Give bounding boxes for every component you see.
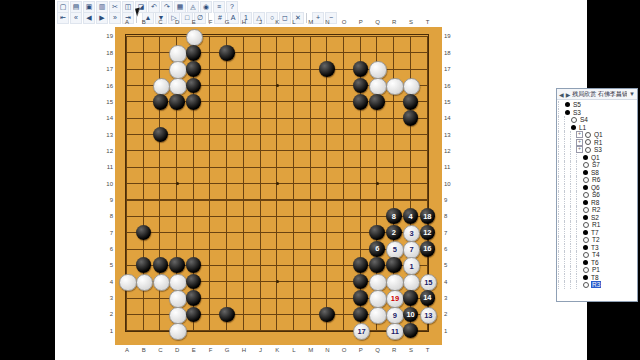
- board-cell-B14[interactable]: [135, 110, 152, 126]
- board-cell-T2[interactable]: 13: [419, 306, 436, 322]
- board-cell-M13[interactable]: [302, 126, 319, 142]
- board-cell-P18[interactable]: [352, 45, 369, 61]
- board-cell-G8[interactable]: [219, 208, 236, 224]
- board-cell-H5[interactable]: [235, 257, 252, 273]
- board-cell-L15[interactable]: [285, 94, 302, 110]
- board-cell-F15[interactable]: [202, 94, 219, 110]
- board-cell-D7[interactable]: [169, 224, 186, 240]
- board-cell-B11[interactable]: [135, 159, 152, 175]
- board-cell-P11[interactable]: [352, 159, 369, 175]
- board-cell-J18[interactable]: [252, 45, 269, 61]
- board-cell-A12[interactable]: [119, 143, 136, 159]
- back-10-icon[interactable]: «: [70, 12, 82, 24]
- board-cell-D6[interactable]: [169, 241, 186, 257]
- board-cell-E5[interactable]: [185, 257, 202, 273]
- board-cell-D18[interactable]: [169, 45, 186, 61]
- board-cell-Q3[interactable]: [369, 290, 386, 306]
- board-cell-K3[interactable]: [269, 290, 286, 306]
- board-cell-F11[interactable]: [202, 159, 219, 175]
- board-cell-P3[interactable]: [352, 290, 369, 306]
- board-cell-B2[interactable]: [135, 306, 152, 322]
- board-cell-B10[interactable]: [135, 175, 152, 191]
- board-cell-L18[interactable]: [285, 45, 302, 61]
- board-cell-T8[interactable]: 18: [419, 208, 436, 224]
- board-cell-E11[interactable]: [185, 159, 202, 175]
- board-cell-K13[interactable]: [269, 126, 286, 142]
- board-cell-T10[interactable]: [419, 175, 436, 191]
- board-cell-N18[interactable]: [319, 45, 336, 61]
- board-cell-E18[interactable]: [185, 45, 202, 61]
- board-cell-T7[interactable]: 12: [419, 224, 436, 240]
- go-first-icon[interactable]: ⇤: [57, 12, 69, 24]
- board-cell-R15[interactable]: [386, 94, 403, 110]
- tree-node-S6[interactable]: S6: [558, 191, 636, 199]
- board-cell-Q15[interactable]: [369, 94, 386, 110]
- board-cell-K1[interactable]: [269, 322, 286, 338]
- board-cell-K4[interactable]: [269, 273, 286, 289]
- board-cell-Q19[interactable]: [369, 28, 386, 44]
- board-cell-A6[interactable]: [119, 241, 136, 257]
- board-cell-A1[interactable]: [119, 322, 136, 338]
- board-cell-Q6[interactable]: 6: [369, 241, 386, 257]
- board-cell-R5[interactable]: [386, 257, 403, 273]
- board-cell-S7[interactable]: 3: [402, 224, 419, 240]
- board-cell-C7[interactable]: [152, 224, 169, 240]
- back-icon[interactable]: ◀: [83, 12, 95, 24]
- board-cell-R14[interactable]: [386, 110, 403, 126]
- tree-node-S4[interactable]: S4: [558, 116, 636, 124]
- board-cell-H15[interactable]: [235, 94, 252, 110]
- board-cell-O19[interactable]: [336, 28, 353, 44]
- board-cell-C9[interactable]: [152, 192, 169, 208]
- board-cell-E7[interactable]: [185, 224, 202, 240]
- board-cell-D4[interactable]: [169, 273, 186, 289]
- board-cell-S14[interactable]: [402, 110, 419, 126]
- tree-node-S5[interactable]: S5: [558, 101, 636, 109]
- board-cell-F18[interactable]: [202, 45, 219, 61]
- board-cell-T11[interactable]: [419, 159, 436, 175]
- board-cell-H7[interactable]: [235, 224, 252, 240]
- board-cell-J13[interactable]: [252, 126, 269, 142]
- board-cell-O2[interactable]: [336, 306, 353, 322]
- board-cell-N11[interactable]: [319, 159, 336, 175]
- board-cell-E6[interactable]: [185, 241, 202, 257]
- board-cell-R4[interactable]: [386, 273, 403, 289]
- board-cell-N16[interactable]: [319, 77, 336, 93]
- board-cell-E16[interactable]: [185, 77, 202, 93]
- board-cell-C6[interactable]: [152, 241, 169, 257]
- board-cell-A4[interactable]: [119, 273, 136, 289]
- board-cell-G16[interactable]: [219, 77, 236, 93]
- board-cell-L5[interactable]: [285, 257, 302, 273]
- board-cell-T14[interactable]: [419, 110, 436, 126]
- board-cell-T3[interactable]: 14: [419, 290, 436, 306]
- board-cell-N1[interactable]: [319, 322, 336, 338]
- board-cell-K11[interactable]: [269, 159, 286, 175]
- board-cell-J7[interactable]: [252, 224, 269, 240]
- board-cell-S8[interactable]: 4: [402, 208, 419, 224]
- board-cell-B13[interactable]: [135, 126, 152, 142]
- board-cell-B9[interactable]: [135, 192, 152, 208]
- board-cell-M14[interactable]: [302, 110, 319, 126]
- board-cell-O9[interactable]: [336, 192, 353, 208]
- board-cell-S9[interactable]: [402, 192, 419, 208]
- board-cell-B16[interactable]: [135, 77, 152, 93]
- board-cell-A18[interactable]: [119, 45, 136, 61]
- panel-back-icon[interactable]: ◀: [559, 91, 564, 98]
- board-cell-C8[interactable]: [152, 208, 169, 224]
- board-cell-C15[interactable]: [152, 94, 169, 110]
- board-cell-R9[interactable]: [386, 192, 403, 208]
- board-cell-R3[interactable]: 19: [386, 290, 403, 306]
- board-cell-A19[interactable]: [119, 28, 136, 44]
- board-cell-T5[interactable]: [419, 257, 436, 273]
- board-cell-R17[interactable]: [386, 61, 403, 77]
- board-cell-M19[interactable]: [302, 28, 319, 44]
- board-cell-K16[interactable]: [269, 77, 286, 93]
- board-cell-E9[interactable]: [185, 192, 202, 208]
- board-cell-Q18[interactable]: [369, 45, 386, 61]
- board-cell-S2[interactable]: 10: [402, 306, 419, 322]
- tree-node-S2[interactable]: S2: [558, 214, 636, 222]
- board-cell-B7[interactable]: [135, 224, 152, 240]
- board-cell-O6[interactable]: [336, 241, 353, 257]
- board-cell-H14[interactable]: [235, 110, 252, 126]
- board-cell-C11[interactable]: [152, 159, 169, 175]
- board-cell-T17[interactable]: [419, 61, 436, 77]
- board-cell-M18[interactable]: [302, 45, 319, 61]
- board-cell-H2[interactable]: [235, 306, 252, 322]
- board-cell-L2[interactable]: [285, 306, 302, 322]
- board-cell-B3[interactable]: [135, 290, 152, 306]
- board-cell-M2[interactable]: [302, 306, 319, 322]
- board-cell-A9[interactable]: [119, 192, 136, 208]
- board-cell-A11[interactable]: [119, 159, 136, 175]
- tree-node-S3[interactable]: +S3: [558, 146, 636, 154]
- board-cell-S13[interactable]: [402, 126, 419, 142]
- board-cell-J2[interactable]: [252, 306, 269, 322]
- tree-node-R1[interactable]: R1: [558, 221, 636, 229]
- board-cell-L3[interactable]: [285, 290, 302, 306]
- tree-node-R3[interactable]: R3: [558, 281, 636, 289]
- board-cell-F3[interactable]: [202, 290, 219, 306]
- board-cell-G13[interactable]: [219, 126, 236, 142]
- board-cell-N14[interactable]: [319, 110, 336, 126]
- board-cell-T15[interactable]: [419, 94, 436, 110]
- board-cell-S1[interactable]: [402, 322, 419, 338]
- board-cell-P15[interactable]: [352, 94, 369, 110]
- board-cell-Q2[interactable]: [369, 306, 386, 322]
- board-cell-C17[interactable]: [152, 61, 169, 77]
- board-cell-H16[interactable]: [235, 77, 252, 93]
- board-cell-S10[interactable]: [402, 175, 419, 191]
- board-cell-C13[interactable]: [152, 126, 169, 142]
- board-cell-A17[interactable]: [119, 61, 136, 77]
- tree-node-T2[interactable]: T2: [558, 236, 636, 244]
- board-cell-B4[interactable]: [135, 273, 152, 289]
- board-cell-C16[interactable]: [152, 77, 169, 93]
- board-cell-E10[interactable]: [185, 175, 202, 191]
- board-cell-E8[interactable]: [185, 208, 202, 224]
- board-cell-N10[interactable]: [319, 175, 336, 191]
- board-cell-J17[interactable]: [252, 61, 269, 77]
- tree-node-T7[interactable]: T7: [558, 229, 636, 237]
- board-cell-R6[interactable]: 5: [386, 241, 403, 257]
- board-cell-Q5[interactable]: [369, 257, 386, 273]
- board-cell-H19[interactable]: [235, 28, 252, 44]
- board-cell-B6[interactable]: [135, 241, 152, 257]
- tree-node-T3[interactable]: T3: [558, 244, 636, 252]
- board-cell-L6[interactable]: [285, 241, 302, 257]
- board-cell-N8[interactable]: [319, 208, 336, 224]
- board-cell-C12[interactable]: [152, 143, 169, 159]
- board-cell-L4[interactable]: [285, 273, 302, 289]
- board-cell-O12[interactable]: [336, 143, 353, 159]
- board-cell-A10[interactable]: [119, 175, 136, 191]
- board-cell-E12[interactable]: [185, 143, 202, 159]
- board-cell-D10[interactable]: [169, 175, 186, 191]
- board-cell-J3[interactable]: [252, 290, 269, 306]
- board-cell-R13[interactable]: [386, 126, 403, 142]
- board-cell-E2[interactable]: [185, 306, 202, 322]
- board-cell-N3[interactable]: [319, 290, 336, 306]
- board-cell-H13[interactable]: [235, 126, 252, 142]
- board-cell-S16[interactable]: [402, 77, 419, 93]
- board-cell-A3[interactable]: [119, 290, 136, 306]
- board-cell-F12[interactable]: [202, 143, 219, 159]
- board-cell-H10[interactable]: [235, 175, 252, 191]
- board-cell-N2[interactable]: [319, 306, 336, 322]
- board-cell-K19[interactable]: [269, 28, 286, 44]
- board-cell-Q14[interactable]: [369, 110, 386, 126]
- board-cell-O18[interactable]: [336, 45, 353, 61]
- board-cell-G4[interactable]: [219, 273, 236, 289]
- board-cell-M1[interactable]: [302, 322, 319, 338]
- board-cell-S6[interactable]: 7: [402, 241, 419, 257]
- board-cell-K6[interactable]: [269, 241, 286, 257]
- board-cell-T12[interactable]: [419, 143, 436, 159]
- board-cell-E15[interactable]: [185, 94, 202, 110]
- board-cell-F6[interactable]: [202, 241, 219, 257]
- board-cell-Q13[interactable]: [369, 126, 386, 142]
- board-cell-D12[interactable]: [169, 143, 186, 159]
- board-cell-P16[interactable]: [352, 77, 369, 93]
- board-cell-G7[interactable]: [219, 224, 236, 240]
- board-cell-M15[interactable]: [302, 94, 319, 110]
- board-cell-L13[interactable]: [285, 126, 302, 142]
- tree-node-R6[interactable]: R6: [558, 176, 636, 184]
- board-cell-F16[interactable]: [202, 77, 219, 93]
- board-cell-R18[interactable]: [386, 45, 403, 61]
- tree-node-Q1[interactable]: +Q1: [558, 131, 636, 139]
- board-cell-T16[interactable]: [419, 77, 436, 93]
- board-cell-E17[interactable]: [185, 61, 202, 77]
- board-cell-M12[interactable]: [302, 143, 319, 159]
- board-cell-D19[interactable]: [169, 28, 186, 44]
- board-cell-G14[interactable]: [219, 110, 236, 126]
- board-cell-D16[interactable]: [169, 77, 186, 93]
- board-cell-R10[interactable]: [386, 175, 403, 191]
- board-cell-A7[interactable]: [119, 224, 136, 240]
- tree-node-L1[interactable]: L1: [558, 124, 636, 132]
- board-cell-Q4[interactable]: [369, 273, 386, 289]
- board-cell-R16[interactable]: [386, 77, 403, 93]
- board-cell-L9[interactable]: [285, 192, 302, 208]
- tree-node-R2[interactable]: R2: [558, 206, 636, 214]
- board-cell-J9[interactable]: [252, 192, 269, 208]
- board-cell-T9[interactable]: [419, 192, 436, 208]
- board-cell-G1[interactable]: [219, 322, 236, 338]
- board-cell-G10[interactable]: [219, 175, 236, 191]
- board-cell-P12[interactable]: [352, 143, 369, 159]
- board-cell-G5[interactable]: [219, 257, 236, 273]
- board-cell-P4[interactable]: [352, 273, 369, 289]
- board-cell-M5[interactable]: [302, 257, 319, 273]
- board-cell-K5[interactable]: [269, 257, 286, 273]
- board-cell-M17[interactable]: [302, 61, 319, 77]
- board-cell-R1[interactable]: 11: [386, 322, 403, 338]
- board-cell-S19[interactable]: [402, 28, 419, 44]
- board-cell-F17[interactable]: [202, 61, 219, 77]
- board-cell-K18[interactable]: [269, 45, 286, 61]
- board-cell-Q11[interactable]: [369, 159, 386, 175]
- board-cell-F9[interactable]: [202, 192, 219, 208]
- board-cell-P19[interactable]: [352, 28, 369, 44]
- board-cell-D11[interactable]: [169, 159, 186, 175]
- board-cell-C19[interactable]: [152, 28, 169, 44]
- board-cell-G17[interactable]: [219, 61, 236, 77]
- board-cell-J6[interactable]: [252, 241, 269, 257]
- board-cell-F5[interactable]: [202, 257, 219, 273]
- board-cell-J12[interactable]: [252, 143, 269, 159]
- board-cell-H12[interactable]: [235, 143, 252, 159]
- board-cell-K2[interactable]: [269, 306, 286, 322]
- board-cell-P13[interactable]: [352, 126, 369, 142]
- board-cell-G6[interactable]: [219, 241, 236, 257]
- board-cell-S4[interactable]: [402, 273, 419, 289]
- board-cell-M8[interactable]: [302, 208, 319, 224]
- board-cell-Q9[interactable]: [369, 192, 386, 208]
- board-cell-B18[interactable]: [135, 45, 152, 61]
- board-cell-R7[interactable]: 2: [386, 224, 403, 240]
- board-cell-R2[interactable]: 9: [386, 306, 403, 322]
- board-cell-P10[interactable]: [352, 175, 369, 191]
- tree-node-S8[interactable]: S8: [558, 169, 636, 177]
- board-cell-C4[interactable]: [152, 273, 169, 289]
- board-cell-F13[interactable]: [202, 126, 219, 142]
- board-cell-B15[interactable]: [135, 94, 152, 110]
- board-cell-K14[interactable]: [269, 110, 286, 126]
- board-cell-T19[interactable]: [419, 28, 436, 44]
- board-cell-S3[interactable]: [402, 290, 419, 306]
- board-cell-H4[interactable]: [235, 273, 252, 289]
- board-cell-N7[interactable]: [319, 224, 336, 240]
- board-cell-H3[interactable]: [235, 290, 252, 306]
- board-cell-D1[interactable]: [169, 322, 186, 338]
- board-cell-E3[interactable]: [185, 290, 202, 306]
- board-cell-D2[interactable]: [169, 306, 186, 322]
- board-cell-Q10[interactable]: [369, 175, 386, 191]
- board-cell-L19[interactable]: [285, 28, 302, 44]
- board-cell-M11[interactable]: [302, 159, 319, 175]
- board-cell-K15[interactable]: [269, 94, 286, 110]
- board-cell-B17[interactable]: [135, 61, 152, 77]
- board-cell-N12[interactable]: [319, 143, 336, 159]
- board-cell-S5[interactable]: 1: [402, 257, 419, 273]
- board-cell-A5[interactable]: [119, 257, 136, 273]
- board-cell-O16[interactable]: [336, 77, 353, 93]
- board-cell-H11[interactable]: [235, 159, 252, 175]
- board-cell-G11[interactable]: [219, 159, 236, 175]
- board-cell-G9[interactable]: [219, 192, 236, 208]
- board-cell-S18[interactable]: [402, 45, 419, 61]
- board-cell-J1[interactable]: [252, 322, 269, 338]
- board-cell-D14[interactable]: [169, 110, 186, 126]
- board-cell-K17[interactable]: [269, 61, 286, 77]
- board-cell-J19[interactable]: [252, 28, 269, 44]
- board-cell-N19[interactable]: [319, 28, 336, 44]
- board-cell-D13[interactable]: [169, 126, 186, 142]
- board-cell-J5[interactable]: [252, 257, 269, 273]
- board-cell-F4[interactable]: [202, 273, 219, 289]
- board-cell-C5[interactable]: [152, 257, 169, 273]
- board-cell-O4[interactable]: [336, 273, 353, 289]
- tree-node-R8[interactable]: R8: [558, 199, 636, 207]
- board-cell-B8[interactable]: [135, 208, 152, 224]
- board-cell-M10[interactable]: [302, 175, 319, 191]
- board-cell-J14[interactable]: [252, 110, 269, 126]
- board-cell-J8[interactable]: [252, 208, 269, 224]
- tree-node-P1[interactable]: P1: [558, 266, 636, 274]
- board-cell-A8[interactable]: [119, 208, 136, 224]
- board-cell-F7[interactable]: [202, 224, 219, 240]
- board-cell-N17[interactable]: [319, 61, 336, 77]
- board-cell-D17[interactable]: [169, 61, 186, 77]
- board-cell-A16[interactable]: [119, 77, 136, 93]
- board-cell-T6[interactable]: 16: [419, 241, 436, 257]
- forward-icon[interactable]: ▶: [96, 12, 108, 24]
- board-cell-L1[interactable]: [285, 322, 302, 338]
- board-cell-H6[interactable]: [235, 241, 252, 257]
- board-cell-P2[interactable]: [352, 306, 369, 322]
- board-cell-F2[interactable]: [202, 306, 219, 322]
- board-cell-R19[interactable]: [386, 28, 403, 44]
- board-cell-M4[interactable]: [302, 273, 319, 289]
- board-cell-C3[interactable]: [152, 290, 169, 306]
- board-cell-R12[interactable]: [386, 143, 403, 159]
- board-cell-Q16[interactable]: [369, 77, 386, 93]
- board-cell-K8[interactable]: [269, 208, 286, 224]
- board-cell-H18[interactable]: [235, 45, 252, 61]
- board-cell-O3[interactable]: [336, 290, 353, 306]
- board-cell-P5[interactable]: [352, 257, 369, 273]
- board-cell-O10[interactable]: [336, 175, 353, 191]
- board-cell-G12[interactable]: [219, 143, 236, 159]
- board-cell-J16[interactable]: [252, 77, 269, 93]
- board-cell-E4[interactable]: [185, 273, 202, 289]
- board-cell-A14[interactable]: [119, 110, 136, 126]
- board-cell-L11[interactable]: [285, 159, 302, 175]
- board-cell-L16[interactable]: [285, 77, 302, 93]
- board-cell-C1[interactable]: [152, 322, 169, 338]
- board-cell-O7[interactable]: [336, 224, 353, 240]
- board-cell-N4[interactable]: [319, 273, 336, 289]
- board-cell-G3[interactable]: [219, 290, 236, 306]
- tree-node-Q6[interactable]: Q6: [558, 184, 636, 192]
- board-cell-D9[interactable]: [169, 192, 186, 208]
- board-cell-M6[interactable]: [302, 241, 319, 257]
- board-cell-N9[interactable]: [319, 192, 336, 208]
